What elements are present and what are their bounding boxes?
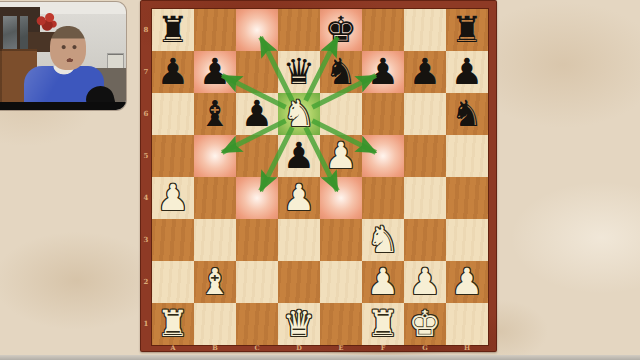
rank-label-1: 1 xyxy=(140,303,152,345)
square-d5: ♟ xyxy=(278,135,320,177)
piece-wr-f1: ♜ xyxy=(362,303,404,345)
square-c5 xyxy=(236,135,278,177)
square-f8 xyxy=(362,9,404,51)
square-a2 xyxy=(152,261,194,303)
rank-label-7: 7 xyxy=(140,51,152,93)
piece-bp-c6: ♟ xyxy=(236,93,278,135)
piece-wq-d1: ♛ xyxy=(278,303,320,345)
square-c8 xyxy=(236,9,278,51)
square-g3 xyxy=(404,219,446,261)
piece-bp-b7: ♟ xyxy=(194,51,236,93)
square-f1: ♜ xyxy=(362,303,404,345)
piece-bp-d5: ♟ xyxy=(278,135,320,177)
square-f6 xyxy=(362,93,404,135)
piece-wr-a1: ♜ xyxy=(152,303,194,345)
piece-wn-d6: ♞ xyxy=(278,93,320,135)
square-d8 xyxy=(278,9,320,51)
rank-label-2: 2 xyxy=(140,261,152,303)
piece-wp-f2: ♟ xyxy=(362,261,404,303)
piece-wp-e5: ♟ xyxy=(320,135,362,177)
square-g6 xyxy=(404,93,446,135)
square-f3: ♞ xyxy=(362,219,404,261)
file-label-h: H xyxy=(446,345,488,352)
square-f5 xyxy=(362,135,404,177)
square-g7: ♟ xyxy=(404,51,446,93)
square-c4 xyxy=(236,177,278,219)
video-frame: ♜♚♜♟♟♛♞♟♟♟♝♟♞♞♟♟♟♟♞♝♟♟♟♜♛♜♚ 87654321 ABC… xyxy=(0,0,640,360)
square-e4 xyxy=(320,177,362,219)
square-b6: ♝ xyxy=(194,93,236,135)
square-b2: ♝ xyxy=(194,261,236,303)
file-label-c: C xyxy=(236,345,278,352)
square-e3 xyxy=(320,219,362,261)
square-f2: ♟ xyxy=(362,261,404,303)
file-label-g: G xyxy=(404,345,446,352)
chess-board: ♜♚♜♟♟♛♞♟♟♟♝♟♞♞♟♟♟♟♞♝♟♟♟♜♛♜♚ 87654321 ABC… xyxy=(140,0,497,352)
square-d1: ♛ xyxy=(278,303,320,345)
board-grid: ♜♚♜♟♟♛♞♟♟♟♝♟♞♞♟♟♟♟♞♝♟♟♟♜♛♜♚ xyxy=(152,9,488,345)
square-b8 xyxy=(194,9,236,51)
file-label-a: A xyxy=(152,345,194,352)
piece-wp-g2: ♟ xyxy=(404,261,446,303)
piece-wp-a4: ♟ xyxy=(152,177,194,219)
square-c1 xyxy=(236,303,278,345)
square-h5 xyxy=(446,135,488,177)
square-e2 xyxy=(320,261,362,303)
square-g4 xyxy=(404,177,446,219)
square-b4 xyxy=(194,177,236,219)
square-g2: ♟ xyxy=(404,261,446,303)
piece-bp-h7: ♟ xyxy=(446,51,488,93)
square-b5 xyxy=(194,135,236,177)
piece-wp-h2: ♟ xyxy=(446,261,488,303)
piece-bq-d7: ♛ xyxy=(278,51,320,93)
rank-label-6: 6 xyxy=(140,93,152,135)
piece-br-h8: ♜ xyxy=(446,9,488,51)
file-label-d: D xyxy=(278,345,320,352)
piece-wk-g1: ♚ xyxy=(404,303,446,345)
piece-bp-f7: ♟ xyxy=(362,51,404,93)
square-a4: ♟ xyxy=(152,177,194,219)
piece-bn-e7: ♞ xyxy=(320,51,362,93)
square-d3 xyxy=(278,219,320,261)
rank-label-4: 4 xyxy=(140,177,152,219)
square-c3 xyxy=(236,219,278,261)
piece-bp-a7: ♟ xyxy=(152,51,194,93)
square-h4 xyxy=(446,177,488,219)
square-b3 xyxy=(194,219,236,261)
square-h6: ♞ xyxy=(446,93,488,135)
square-h7: ♟ xyxy=(446,51,488,93)
square-e5: ♟ xyxy=(320,135,362,177)
square-g5 xyxy=(404,135,446,177)
square-b1 xyxy=(194,303,236,345)
webcam-presenter-face xyxy=(50,26,86,70)
rank-label-8: 8 xyxy=(140,9,152,51)
square-b7: ♟ xyxy=(194,51,236,93)
webcam-overlay xyxy=(0,2,126,110)
square-c6: ♟ xyxy=(236,93,278,135)
square-e8: ♚ xyxy=(320,9,362,51)
square-d6: ♞ xyxy=(278,93,320,135)
square-e6 xyxy=(320,93,362,135)
piece-br-a8: ♜ xyxy=(152,9,194,51)
file-label-e: E xyxy=(320,345,362,352)
piece-bn-h6: ♞ xyxy=(446,93,488,135)
square-c7 xyxy=(236,51,278,93)
square-a6 xyxy=(152,93,194,135)
piece-wp-d4: ♟ xyxy=(278,177,320,219)
piece-bp-g7: ♟ xyxy=(404,51,446,93)
piece-bb-b6: ♝ xyxy=(194,93,236,135)
webcam-bottom-bar xyxy=(0,102,126,110)
square-a5 xyxy=(152,135,194,177)
square-f7: ♟ xyxy=(362,51,404,93)
square-g8 xyxy=(404,9,446,51)
square-h3 xyxy=(446,219,488,261)
square-e1 xyxy=(320,303,362,345)
square-e7: ♞ xyxy=(320,51,362,93)
file-label-b: B xyxy=(194,345,236,352)
square-f4 xyxy=(362,177,404,219)
piece-bk-e8: ♚ xyxy=(320,9,362,51)
piece-wn-f3: ♞ xyxy=(362,219,404,261)
square-g1: ♚ xyxy=(404,303,446,345)
file-label-f: F xyxy=(362,345,404,352)
square-h8: ♜ xyxy=(446,9,488,51)
square-a7: ♟ xyxy=(152,51,194,93)
piece-wb-b2: ♝ xyxy=(194,261,236,303)
square-h2: ♟ xyxy=(446,261,488,303)
square-d2 xyxy=(278,261,320,303)
square-a3 xyxy=(152,219,194,261)
rank-label-5: 5 xyxy=(140,135,152,177)
square-d7: ♛ xyxy=(278,51,320,93)
bottom-strip xyxy=(0,355,640,360)
webcam-cabinet-glass xyxy=(20,16,28,50)
square-h1 xyxy=(446,303,488,345)
webcam-cabinet-glass xyxy=(3,16,17,50)
square-c2 xyxy=(236,261,278,303)
square-d4: ♟ xyxy=(278,177,320,219)
rank-label-3: 3 xyxy=(140,219,152,261)
square-a1: ♜ xyxy=(152,303,194,345)
square-a8: ♜ xyxy=(152,9,194,51)
